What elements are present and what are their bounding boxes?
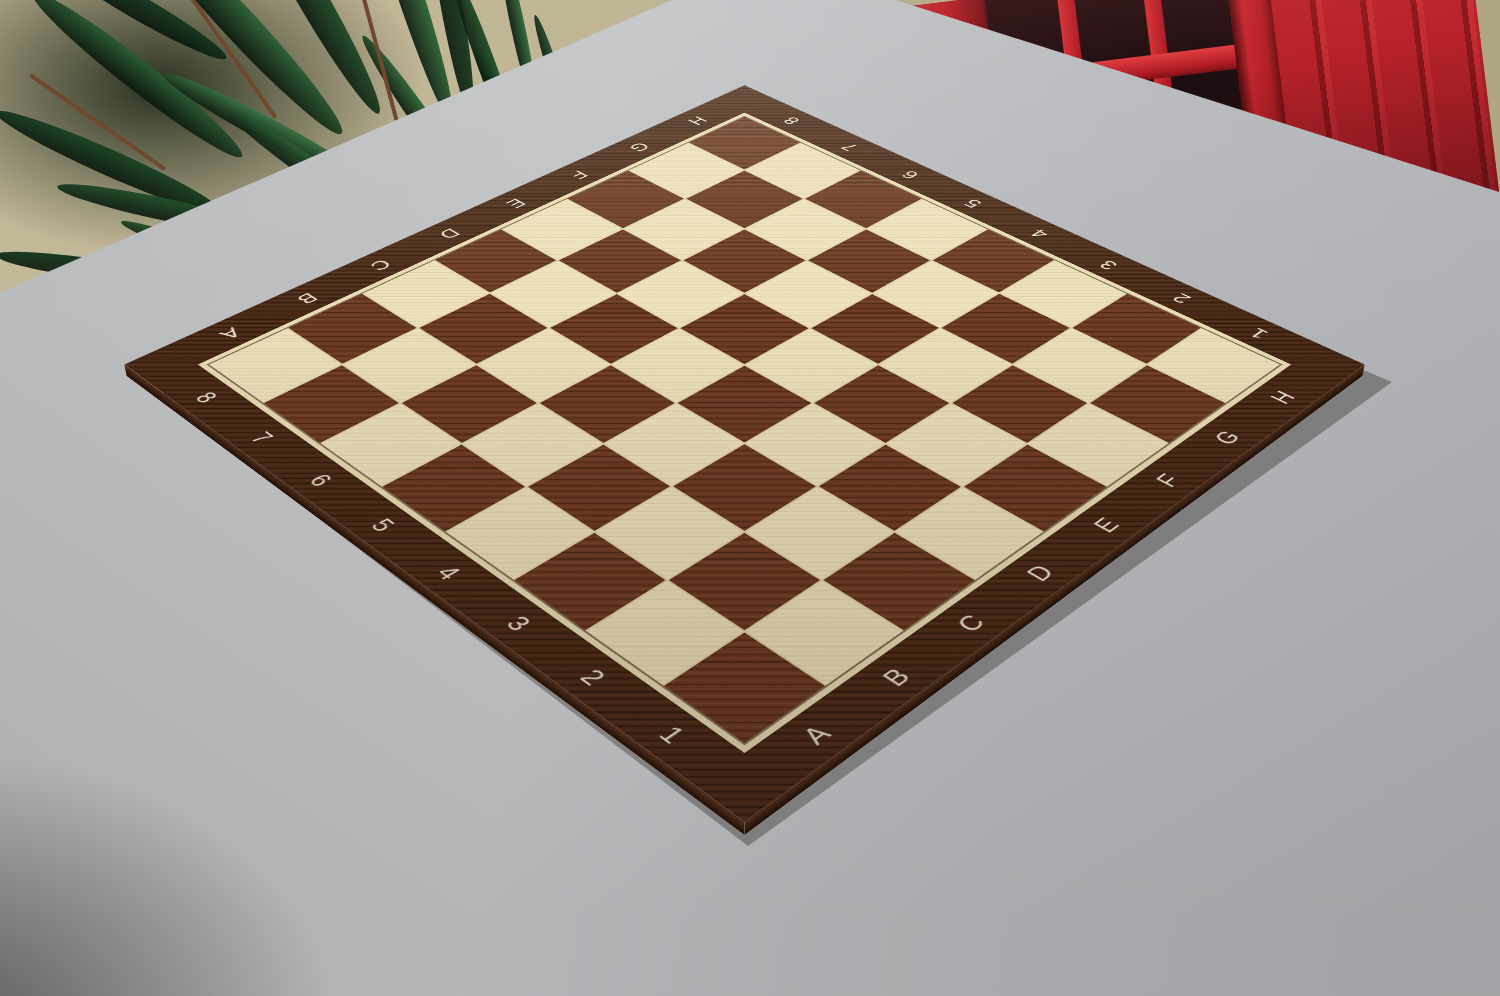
square-d4 [677, 365, 812, 443]
square-c1 [823, 533, 974, 630]
square-b4 [528, 445, 671, 532]
coord-label-file-E-near: E [1086, 513, 1126, 537]
chess-board: 88HH77GG66FF55EE44DD33CC22BB11AA [124, 85, 1364, 822]
square-b2 [669, 533, 820, 630]
photo-canvas: 88HH77GG66FF55EE44DD33CC22BB11AA [0, 0, 1500, 996]
coord-label-file-G-far: G [624, 140, 654, 155]
coord-label-file-D-far: D [434, 225, 465, 241]
square-c2 [746, 488, 893, 580]
square-f1 [1029, 404, 1168, 486]
coord-label-file-F-far: F [565, 167, 593, 181]
coord-label-file-F-near: F [1149, 469, 1187, 491]
coord-label-rank-3-near: 3 [499, 611, 538, 636]
board-scene: 88HH77GG66FF55EE44DD33CC22BB11AA [306, 0, 1183, 803]
coord-label-rank-1-near: 1 [652, 720, 693, 748]
coord-label-file-D-near: D [1020, 560, 1061, 586]
coord-label-file-A-far: A [214, 324, 246, 342]
coord-label-rank-4-far: 4 [1026, 226, 1054, 241]
square-a1 [664, 633, 825, 743]
coord-label-rank-3-far: 3 [1095, 257, 1123, 273]
coord-label-file-G-near: G [1207, 427, 1247, 449]
coord-label-rank-6-far: 6 [897, 168, 924, 182]
square-b6 [402, 365, 537, 443]
square-d2 [819, 445, 962, 532]
board-top-face: 88HH77GG66FF55EE44DD33CC22BB11AA [124, 85, 1364, 822]
coord-label-rank-2-near: 2 [573, 664, 613, 691]
square-c5 [539, 365, 674, 443]
board-squares [209, 117, 1280, 743]
square-g1 [1090, 365, 1225, 443]
square-a3 [515, 533, 666, 630]
coord-label-rank-5-far: 5 [960, 196, 988, 210]
coord-label-rank-5-near: 5 [364, 514, 402, 536]
coord-label-rank-8-far: 8 [779, 114, 805, 126]
square-b5 [463, 404, 602, 486]
square-e3 [815, 365, 950, 443]
coord-label-file-H-near: H [1264, 387, 1302, 408]
coord-label-file-B-far: B [291, 290, 322, 307]
square-b3 [596, 488, 743, 580]
coord-label-file-A-near: A [795, 719, 838, 749]
square-f2 [953, 365, 1088, 443]
coord-label-rank-7-far: 7 [837, 140, 864, 153]
square-a4 [446, 488, 593, 580]
coord-label-file-E-far: E [501, 196, 531, 211]
square-a6 [321, 404, 460, 486]
square-e1 [964, 445, 1107, 532]
square-a5 [382, 445, 525, 532]
coord-label-file-H-far: H [682, 114, 711, 128]
square-c4 [604, 404, 743, 486]
square-a7 [264, 365, 399, 443]
coord-label-file-C-near: C [949, 610, 991, 637]
coord-label-rank-4-near: 4 [430, 561, 468, 585]
square-d1 [896, 488, 1043, 580]
coord-label-file-B-near: B [875, 663, 917, 691]
square-e2 [888, 404, 1027, 486]
coord-label-rank-7-near: 7 [244, 428, 280, 448]
square-b1 [746, 581, 902, 684]
coord-label-file-C-far: C [364, 256, 396, 273]
square-a2 [587, 581, 743, 684]
coord-label-rank-2-far: 2 [1168, 290, 1197, 306]
square-d3 [746, 404, 885, 486]
coord-label-rank-6-near: 6 [302, 470, 339, 491]
coord-label-rank-1-far: 1 [1244, 325, 1273, 342]
coord-label-rank-8-near: 8 [189, 388, 224, 407]
square-c3 [673, 445, 816, 532]
